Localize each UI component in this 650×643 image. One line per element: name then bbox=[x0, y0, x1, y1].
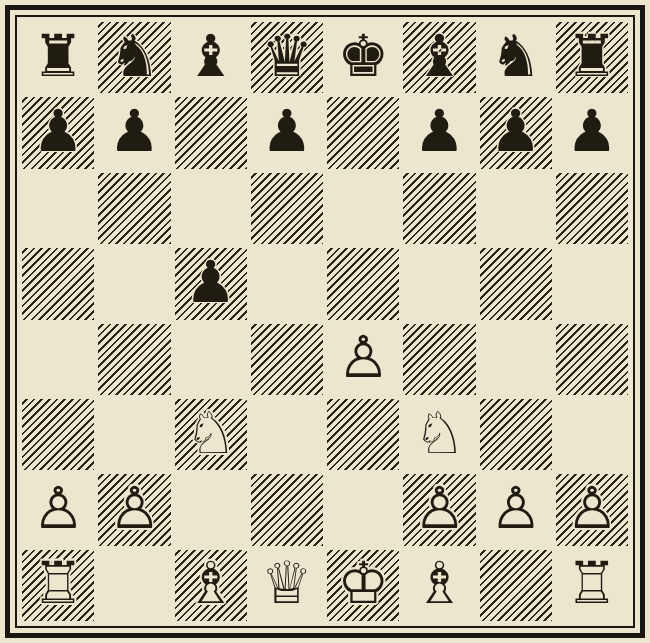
white-queen-glyph: ♕ bbox=[261, 554, 313, 612]
square-e1[interactable]: ♚♔ bbox=[325, 548, 401, 623]
black-rook-glyph: ♜ bbox=[32, 26, 84, 84]
white-bishop-glyph: ♗ bbox=[185, 554, 237, 612]
white-pawn-glyph: ♙ bbox=[413, 479, 465, 537]
white-knight-glyph: ♘ bbox=[413, 403, 465, 461]
square-a8[interactable]: ♜ bbox=[20, 20, 96, 95]
square-f3[interactable]: ♞♘ bbox=[401, 397, 477, 472]
square-g1[interactable] bbox=[478, 548, 554, 623]
square-b3[interactable] bbox=[96, 397, 172, 472]
square-f6[interactable] bbox=[401, 171, 477, 246]
piece-white-king[interactable]: ♚♔ bbox=[325, 548, 401, 623]
piece-white-pawn[interactable]: ♟♙ bbox=[325, 322, 401, 397]
square-c8[interactable]: ♝ bbox=[173, 20, 249, 95]
square-f8[interactable]: ♝ bbox=[401, 20, 477, 95]
square-b6[interactable] bbox=[96, 171, 172, 246]
white-pawn-glyph: ♙ bbox=[566, 479, 618, 537]
black-bishop-glyph: ♝ bbox=[185, 26, 237, 84]
square-e2[interactable] bbox=[325, 472, 401, 547]
black-pawn-glyph: ♟ bbox=[413, 102, 465, 160]
square-c6[interactable] bbox=[173, 171, 249, 246]
square-c4[interactable] bbox=[173, 322, 249, 397]
square-c1[interactable]: ♝♗ bbox=[173, 548, 249, 623]
square-d8[interactable]: ♛ bbox=[249, 20, 325, 95]
chess-diagram-page: ♜♞♝♛♚♝♞♜♟♟♟♟♟♟♟♟♙♞♘♞♘♟♙♟♙♟♙♟♙♟♙♜♖♝♗♛♕♚♔♝… bbox=[0, 0, 650, 643]
black-queen-glyph: ♛ bbox=[261, 26, 313, 84]
white-pawn-glyph: ♙ bbox=[108, 479, 160, 537]
black-king-glyph: ♚ bbox=[337, 26, 389, 84]
piece-black-rook[interactable]: ♜ bbox=[20, 20, 96, 95]
square-b5[interactable] bbox=[96, 246, 172, 321]
piece-black-knight[interactable]: ♞ bbox=[96, 20, 172, 95]
white-rook-glyph: ♖ bbox=[32, 554, 84, 612]
square-h6[interactable] bbox=[554, 171, 630, 246]
square-a6[interactable] bbox=[20, 171, 96, 246]
white-pawn-glyph: ♙ bbox=[490, 479, 542, 537]
piece-white-pawn[interactable]: ♟♙ bbox=[478, 472, 554, 547]
square-a1[interactable]: ♜♖ bbox=[20, 548, 96, 623]
piece-white-pawn[interactable]: ♟♙ bbox=[20, 472, 96, 547]
black-rook-glyph: ♜ bbox=[566, 26, 618, 84]
white-knight-glyph: ♘ bbox=[185, 403, 237, 461]
square-a7[interactable]: ♟ bbox=[20, 95, 96, 170]
square-g2[interactable]: ♟♙ bbox=[478, 472, 554, 547]
chess-board: ♜♞♝♛♚♝♞♜♟♟♟♟♟♟♟♟♙♞♘♞♘♟♙♟♙♟♙♟♙♟♙♜♖♝♗♛♕♚♔♝… bbox=[20, 20, 630, 623]
piece-black-knight[interactable]: ♞ bbox=[478, 20, 554, 95]
piece-black-bishop[interactable]: ♝ bbox=[173, 20, 249, 95]
white-bishop-glyph: ♗ bbox=[413, 554, 465, 612]
square-e3[interactable] bbox=[325, 397, 401, 472]
square-g8[interactable]: ♞ bbox=[478, 20, 554, 95]
white-pawn-glyph: ♙ bbox=[337, 328, 389, 386]
square-c2[interactable] bbox=[173, 472, 249, 547]
square-e8[interactable]: ♚ bbox=[325, 20, 401, 95]
square-g6[interactable] bbox=[478, 171, 554, 246]
piece-white-queen[interactable]: ♛♕ bbox=[249, 548, 325, 623]
square-f2[interactable]: ♟♙ bbox=[401, 472, 477, 547]
square-a2[interactable]: ♟♙ bbox=[20, 472, 96, 547]
square-h4[interactable] bbox=[554, 322, 630, 397]
piece-black-pawn[interactable]: ♟ bbox=[96, 95, 172, 170]
black-knight-glyph: ♞ bbox=[490, 26, 542, 84]
piece-white-rook[interactable]: ♜♖ bbox=[20, 548, 96, 623]
piece-black-pawn[interactable]: ♟ bbox=[249, 95, 325, 170]
black-knight-glyph: ♞ bbox=[108, 26, 160, 84]
square-d2[interactable] bbox=[249, 472, 325, 547]
square-d6[interactable] bbox=[249, 171, 325, 246]
square-b1[interactable] bbox=[96, 548, 172, 623]
white-pawn-glyph: ♙ bbox=[32, 479, 84, 537]
black-pawn-glyph: ♟ bbox=[490, 102, 542, 160]
piece-white-pawn[interactable]: ♟♙ bbox=[96, 472, 172, 547]
white-rook-glyph: ♖ bbox=[566, 554, 618, 612]
square-c7[interactable] bbox=[173, 95, 249, 170]
black-pawn-glyph: ♟ bbox=[108, 102, 160, 160]
piece-black-king[interactable]: ♚ bbox=[325, 20, 401, 95]
white-king-glyph: ♔ bbox=[337, 554, 389, 612]
square-g5[interactable] bbox=[478, 246, 554, 321]
square-h7[interactable]: ♟ bbox=[554, 95, 630, 170]
square-g3[interactable] bbox=[478, 397, 554, 472]
piece-white-knight[interactable]: ♞♘ bbox=[173, 397, 249, 472]
square-d1[interactable]: ♛♕ bbox=[249, 548, 325, 623]
piece-black-pawn[interactable]: ♟ bbox=[554, 95, 630, 170]
square-g7[interactable]: ♟ bbox=[478, 95, 554, 170]
square-d7[interactable]: ♟ bbox=[249, 95, 325, 170]
piece-white-knight[interactable]: ♞♘ bbox=[401, 397, 477, 472]
black-pawn-glyph: ♟ bbox=[261, 102, 313, 160]
square-d5[interactable] bbox=[249, 246, 325, 321]
square-f7[interactable]: ♟ bbox=[401, 95, 477, 170]
square-h5[interactable] bbox=[554, 246, 630, 321]
square-e7[interactable] bbox=[325, 95, 401, 170]
square-a3[interactable] bbox=[20, 397, 96, 472]
piece-black-pawn[interactable]: ♟ bbox=[401, 95, 477, 170]
piece-white-bishop[interactable]: ♝♗ bbox=[401, 548, 477, 623]
square-e6[interactable] bbox=[325, 171, 401, 246]
piece-white-rook[interactable]: ♜♖ bbox=[554, 548, 630, 623]
piece-black-bishop[interactable]: ♝ bbox=[401, 20, 477, 95]
square-f1[interactable]: ♝♗ bbox=[401, 548, 477, 623]
square-c3[interactable]: ♞♘ bbox=[173, 397, 249, 472]
square-d4[interactable] bbox=[249, 322, 325, 397]
piece-black-rook[interactable]: ♜ bbox=[554, 20, 630, 95]
black-pawn-glyph: ♟ bbox=[32, 102, 84, 160]
black-bishop-glyph: ♝ bbox=[413, 26, 465, 84]
square-e5[interactable] bbox=[325, 246, 401, 321]
square-b2[interactable]: ♟♙ bbox=[96, 472, 172, 547]
square-b7[interactable]: ♟ bbox=[96, 95, 172, 170]
square-h2[interactable]: ♟♙ bbox=[554, 472, 630, 547]
square-d3[interactable] bbox=[249, 397, 325, 472]
square-f4[interactable] bbox=[401, 322, 477, 397]
square-h8[interactable]: ♜ bbox=[554, 20, 630, 95]
square-h1[interactable]: ♜♖ bbox=[554, 548, 630, 623]
black-pawn-glyph: ♟ bbox=[566, 102, 618, 160]
square-b4[interactable] bbox=[96, 322, 172, 397]
piece-black-pawn[interactable]: ♟ bbox=[20, 95, 96, 170]
piece-white-bishop[interactable]: ♝♗ bbox=[173, 548, 249, 623]
square-h3[interactable] bbox=[554, 397, 630, 472]
square-a5[interactable] bbox=[20, 246, 96, 321]
piece-white-pawn[interactable]: ♟♙ bbox=[554, 472, 630, 547]
square-f5[interactable] bbox=[401, 246, 477, 321]
square-e4[interactable]: ♟♙ bbox=[325, 322, 401, 397]
square-a4[interactable] bbox=[20, 322, 96, 397]
piece-white-pawn[interactable]: ♟♙ bbox=[401, 472, 477, 547]
piece-black-pawn[interactable]: ♟ bbox=[173, 246, 249, 321]
square-c5[interactable]: ♟ bbox=[173, 246, 249, 321]
piece-black-pawn[interactable]: ♟ bbox=[478, 95, 554, 170]
square-g4[interactable] bbox=[478, 322, 554, 397]
piece-black-queen[interactable]: ♛ bbox=[249, 20, 325, 95]
black-pawn-glyph: ♟ bbox=[185, 252, 237, 310]
square-b8[interactable]: ♞ bbox=[96, 20, 172, 95]
